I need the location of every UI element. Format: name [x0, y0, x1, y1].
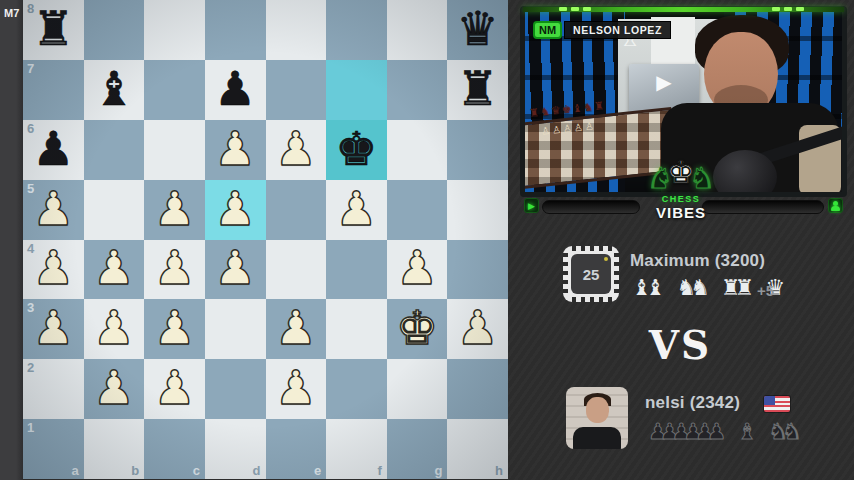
file-label: c: [193, 464, 200, 477]
square-b7[interactable]: ♝: [84, 60, 145, 120]
top-player-name: Maximum (3200): [630, 251, 765, 271]
move-indicator: M7: [4, 7, 19, 19]
square-e7[interactable]: [266, 60, 327, 120]
white-pawn[interactable]: ♟: [153, 304, 195, 351]
black-queen[interactable]: ♛: [457, 5, 499, 52]
captured-knight: ♞: [690, 277, 710, 299]
square-b8[interactable]: [84, 0, 145, 60]
square-g7[interactable]: [387, 60, 448, 120]
square-h4[interactable]: [447, 240, 508, 300]
square-c5[interactable]: ♟: [144, 180, 205, 240]
square-f6[interactable]: ♚: [326, 120, 387, 180]
square-e6[interactable]: ♟: [266, 120, 327, 180]
square-f8[interactable]: [326, 0, 387, 60]
white-pawn[interactable]: ♟: [214, 185, 256, 232]
black-rook[interactable]: ♜: [457, 65, 499, 112]
square-b5[interactable]: [84, 180, 145, 240]
green-dashes-right: [772, 7, 804, 11]
captured-pawn-group: ♟♟♟♟♟♟: [648, 421, 726, 443]
captured-bishop-group: ♝: [737, 421, 757, 443]
file-label: f: [377, 464, 381, 477]
name-badge: NM NELSON LOPEZ: [533, 21, 671, 39]
square-c8[interactable]: [144, 0, 205, 60]
square-a5[interactable]: 5♟: [23, 180, 84, 240]
square-f7[interactable]: [326, 60, 387, 120]
captured-bishop: ♝: [737, 421, 757, 443]
play-glyph: ▶: [528, 200, 535, 213]
square-e5[interactable]: [266, 180, 327, 240]
bot-avatar: 25: [563, 246, 619, 302]
square-c7[interactable]: [144, 60, 205, 120]
file-label: g: [434, 464, 442, 477]
left-sidebar: M7: [0, 0, 23, 480]
black-pawn[interactable]: ♟: [214, 65, 256, 112]
square-a4[interactable]: 4♟: [23, 240, 84, 300]
person-icon: [828, 198, 843, 213]
rank-label: 4: [27, 242, 34, 255]
white-pawn[interactable]: ♟: [153, 244, 195, 291]
white-pawn[interactable]: ♟: [153, 185, 195, 232]
black-rook[interactable]: ♜: [32, 5, 74, 52]
rank-label: 2: [27, 361, 34, 374]
white-pawn[interactable]: ♟: [335, 185, 377, 232]
green-dashes-left: [559, 7, 591, 11]
captured-knight-group: ♞♞: [676, 277, 709, 299]
square-b6[interactable]: [84, 120, 145, 180]
chess-board[interactable]: 8♜♛7♝♟♜6♟♟♟♚5♟♟♟♟4♟♟♟♟♟3♟♟♟♟♚♟2♟♟♟1abcde…: [23, 0, 508, 479]
square-f5[interactable]: ♟: [326, 180, 387, 240]
stream-frame: M7 8♜♛7♝♟♜6♟♟♟♚5♟♟♟♟4♟♟♟♟♟3♟♟♟♟♚♟2♟♟♟1ab…: [0, 0, 854, 480]
square-h2[interactable]: [447, 359, 508, 419]
us-flag-icon: [764, 396, 790, 412]
square-a8[interactable]: 8♜: [23, 0, 84, 60]
square-d2[interactable]: [205, 359, 266, 419]
square-a1[interactable]: 1a: [23, 419, 84, 479]
white-pawn[interactable]: ♟: [153, 364, 195, 411]
white-pawn[interactable]: ♟: [93, 304, 135, 351]
white-pawn[interactable]: ♟: [32, 244, 74, 291]
square-c3[interactable]: ♟: [144, 299, 205, 359]
title-badge: NM: [533, 21, 562, 39]
nameplate-right: [702, 200, 824, 214]
king-icon: ♚: [667, 157, 695, 188]
white-pawn[interactable]: ♟: [275, 125, 317, 172]
square-a2[interactable]: 2: [23, 359, 84, 419]
square-f3[interactable]: [326, 299, 387, 359]
square-b3[interactable]: ♟: [84, 299, 145, 359]
square-h3[interactable]: ♟: [447, 299, 508, 359]
square-e2[interactable]: ♟: [266, 359, 327, 419]
material-advantage: +5: [757, 282, 774, 299]
square-e3[interactable]: ♟: [266, 299, 327, 359]
black-bishop[interactable]: ♝: [93, 65, 135, 112]
logo-emblem: ♞ ♚ ♞: [645, 159, 717, 199]
rank-label: 1: [27, 421, 34, 434]
white-pawn[interactable]: ♟: [396, 244, 438, 291]
square-c2[interactable]: ♟: [144, 359, 205, 419]
avatar-face: [586, 397, 609, 423]
file-label: b: [131, 464, 139, 477]
square-b1[interactable]: b: [84, 419, 145, 479]
square-e1[interactable]: e: [266, 419, 327, 479]
white-pawn[interactable]: ♟: [214, 125, 256, 172]
captured-pawn: ♟: [707, 421, 727, 443]
black-king[interactable]: ♚: [335, 125, 377, 172]
rank-label: 6: [27, 122, 34, 135]
square-g6[interactable]: [387, 120, 448, 180]
white-pawn[interactable]: ♟: [457, 304, 499, 351]
square-g8[interactable]: [387, 0, 448, 60]
square-f1[interactable]: f: [326, 419, 387, 479]
square-d1[interactable]: d: [205, 419, 266, 479]
captured-rook: ♜: [735, 277, 755, 299]
play-icon: ▶: [629, 72, 699, 92]
white-pawn[interactable]: ♟: [93, 244, 135, 291]
bottom-captured-pieces: ♟♟♟♟♟♟♝♞♞: [648, 421, 813, 443]
square-e8[interactable]: [266, 0, 327, 60]
bottom-player-name: nelsi (2342): [645, 393, 740, 413]
chess-vibes-logo: ♞ ♚ ♞ CHESS VIBES: [645, 159, 717, 221]
square-e4[interactable]: [266, 240, 327, 300]
square-g3[interactable]: ♚: [387, 299, 448, 359]
captured-knight: ♞: [782, 421, 802, 443]
square-d4[interactable]: ♟: [205, 240, 266, 300]
square-b4[interactable]: ♟: [84, 240, 145, 300]
square-h1[interactable]: h: [447, 419, 508, 479]
square-b2[interactable]: ♟: [84, 359, 145, 419]
white-pawn[interactable]: ♟: [32, 185, 74, 232]
square-c6[interactable]: [144, 120, 205, 180]
square-a3[interactable]: 3♟: [23, 299, 84, 359]
captured-bishop: ♝: [646, 277, 666, 299]
white-king[interactable]: ♚: [396, 304, 438, 351]
chip-dot: [604, 257, 608, 261]
vs-label: VS: [630, 322, 730, 368]
square-f2[interactable]: [326, 359, 387, 419]
file-label: a: [71, 464, 78, 477]
file-label: h: [495, 464, 503, 477]
square-g4[interactable]: ♟: [387, 240, 448, 300]
square-g1[interactable]: g: [387, 419, 448, 479]
white-pawn[interactable]: ♟: [93, 364, 135, 411]
avatar-shirt: [573, 427, 621, 449]
captured-bishop-group: ♝♝: [632, 277, 665, 299]
file-label: d: [253, 464, 261, 477]
square-g5[interactable]: [387, 180, 448, 240]
square-h8[interactable]: ♛: [447, 0, 508, 60]
rank-label: 7: [27, 62, 34, 75]
captured-rook-group: ♜♜: [721, 277, 754, 299]
square-c1[interactable]: c: [144, 419, 205, 479]
streamer-name: NELSON LOPEZ: [564, 21, 671, 39]
logo-text-vibes: VIBES: [645, 204, 717, 221]
file-label: e: [314, 464, 321, 477]
square-a6[interactable]: 6♟: [23, 120, 84, 180]
square-d8[interactable]: [205, 0, 266, 60]
square-h7[interactable]: ♜: [447, 60, 508, 120]
white-pawn[interactable]: ♟: [214, 244, 256, 291]
square-h6[interactable]: [447, 120, 508, 180]
square-h5[interactable]: [447, 180, 508, 240]
white-pawn[interactable]: ♟: [275, 304, 317, 351]
square-f4[interactable]: [326, 240, 387, 300]
rank-label: 5: [27, 182, 34, 195]
nameplate-left: [542, 200, 640, 214]
square-d7[interactable]: ♟: [205, 60, 266, 120]
flag-canton: [764, 396, 775, 405]
leaf-icon: ▶: [524, 198, 539, 213]
captured-knight-group: ♞♞: [768, 421, 801, 443]
square-a7[interactable]: 7: [23, 60, 84, 120]
rank-label: 8: [27, 2, 34, 15]
player-avatar-photo: [566, 387, 628, 449]
square-c4[interactable]: ♟: [144, 240, 205, 300]
white-pawn[interactable]: ♟: [275, 364, 317, 411]
square-d6[interactable]: ♟: [205, 120, 266, 180]
square-d3[interactable]: [205, 299, 266, 359]
black-pawn[interactable]: ♟: [32, 125, 74, 172]
square-d5[interactable]: ♟: [205, 180, 266, 240]
square-g2[interactable]: [387, 359, 448, 419]
white-pawn[interactable]: ♟: [32, 304, 74, 351]
rank-label: 3: [27, 301, 34, 314]
